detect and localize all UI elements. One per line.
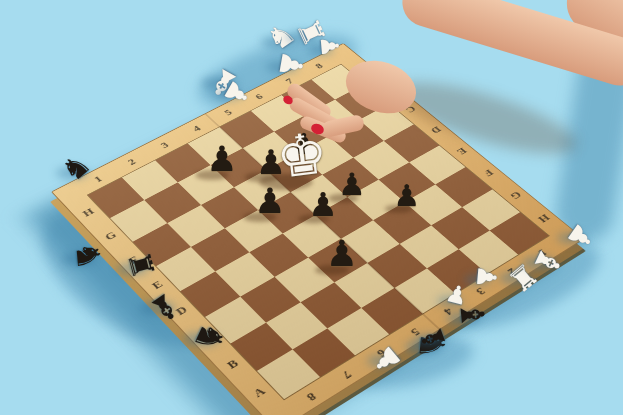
black-pawn-c4[interactable]: ♟ [326,236,358,272]
label-lower-left-A: A [250,384,269,400]
scattered-white-pawn-16[interactable]: ♟ [473,264,501,289]
label-upper-left-5: 5 [221,107,235,118]
label-upper-left-8: 8 [312,61,326,71]
label-upper-left-3: 3 [158,140,172,151]
black-pawn-e3[interactable]: ♟ [254,184,285,219]
black-pawn-c6[interactable]: ♟ [394,181,421,211]
label-lower-left-H: H [79,205,96,219]
scattered-black-knight-7[interactable]: ♞ [71,240,105,271]
black-pawn-g3[interactable]: ♟ [206,142,237,177]
label-upper-left-4: 4 [190,123,204,134]
label-upper-right-E: E [453,145,469,157]
label-upper-right-G: G [506,188,524,201]
black-pawn-d4[interactable]: ♟ [308,188,338,221]
photo-stage: 12345678HGFEDCBAABCDEFGH87654321 ♝♟♟♞♜♟♞… [0,0,623,415]
label-upper-left-2: 2 [125,156,139,167]
label-lower-right-8: 8 [303,390,320,405]
scattered-white-pawn-5[interactable]: ♟ [316,34,342,58]
label-lower-left-B: B [223,356,241,371]
black-pawn-d5[interactable]: ♟ [338,169,366,200]
label-upper-right-F: F [480,167,496,179]
label-lower-right-7: 7 [338,368,355,382]
label-upper-right-H: H [534,211,552,225]
